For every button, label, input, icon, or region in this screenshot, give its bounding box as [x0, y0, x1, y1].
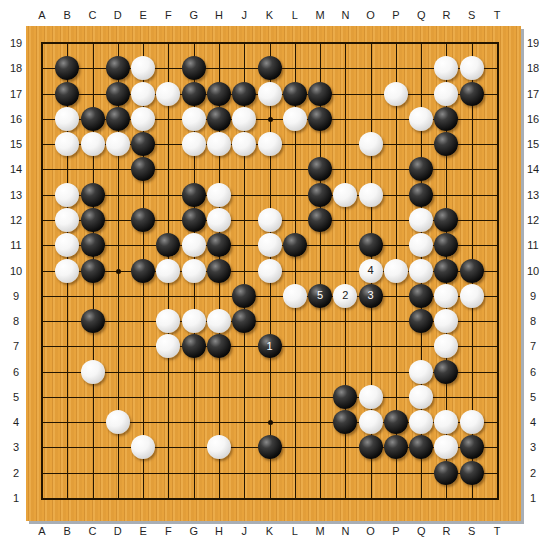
coord-label-left-11: 11 — [10, 240, 21, 251]
stone-R10-black — [434, 259, 458, 283]
coord-label-bottom-T: T — [494, 526, 501, 537]
stone-C12-black — [81, 208, 105, 232]
stone-O10-white: 4 — [359, 259, 383, 283]
stone-Q5-white — [409, 385, 433, 409]
coord-label-left-6: 6 — [13, 366, 19, 377]
stone-B10-white — [55, 259, 79, 283]
stone-H15-white — [207, 132, 231, 156]
coord-label-bottom-P: P — [392, 526, 399, 537]
stone-N13-white — [333, 183, 357, 207]
stone-O3-black — [359, 435, 383, 459]
stone-C15-white — [81, 132, 105, 156]
coord-label-bottom-O: O — [366, 526, 375, 537]
star-point-K4 — [268, 420, 273, 425]
move-number-label: 4 — [368, 265, 374, 276]
stone-G7-black — [182, 334, 206, 358]
stone-S9-white — [460, 284, 484, 308]
coord-label-bottom-H: H — [215, 526, 223, 537]
stone-S17-black — [460, 82, 484, 106]
coord-label-top-M: M — [315, 10, 324, 21]
stone-G10-white — [182, 259, 206, 283]
coord-label-left-7: 7 — [13, 341, 19, 352]
coord-label-top-J: J — [241, 10, 247, 21]
move-number-label: 3 — [368, 290, 374, 301]
coord-label-bottom-N: N — [341, 526, 349, 537]
coord-label-right-10: 10 — [527, 265, 539, 276]
stone-K3-black — [258, 435, 282, 459]
coord-label-top-A: A — [38, 10, 45, 21]
move-number-label: 5 — [317, 290, 323, 301]
stone-K11-white — [258, 233, 282, 257]
stone-Q9-black — [409, 284, 433, 308]
coord-label-left-14: 14 — [10, 164, 22, 175]
stone-O13-white — [359, 183, 383, 207]
stone-Q16-white — [409, 107, 433, 131]
coord-label-top-S: S — [468, 10, 475, 21]
coord-label-top-Q: Q — [417, 10, 426, 21]
stone-Q10-white — [409, 259, 433, 283]
coord-label-left-3: 3 — [13, 442, 19, 453]
stone-N9-white: 2 — [333, 284, 357, 308]
coord-label-right-11: 11 — [527, 240, 538, 251]
coord-label-bottom-R: R — [442, 526, 450, 537]
coord-label-right-16: 16 — [527, 113, 539, 124]
stone-J9-black — [232, 284, 256, 308]
stone-P17-white — [384, 82, 408, 106]
coord-label-left-5: 5 — [13, 391, 19, 402]
stone-H13-white — [207, 183, 231, 207]
coord-label-left-8: 8 — [13, 316, 19, 327]
stone-C16-black — [81, 107, 105, 131]
coord-label-left-2: 2 — [13, 467, 19, 478]
coord-label-right-2: 2 — [530, 467, 536, 478]
stone-F17-white — [156, 82, 180, 106]
stone-M9-black: 5 — [308, 284, 332, 308]
coord-label-top-P: P — [392, 10, 399, 21]
coord-label-top-E: E — [139, 10, 146, 21]
coord-label-top-L: L — [292, 10, 298, 21]
move-number-label: 1 — [266, 341, 272, 352]
stone-C6-white — [81, 360, 105, 384]
stone-L17-black — [283, 82, 307, 106]
stone-Q6-white — [409, 360, 433, 384]
coord-label-bottom-M: M — [315, 526, 324, 537]
stone-S4-white — [460, 410, 484, 434]
coord-label-top-N: N — [341, 10, 349, 21]
stone-B17-black — [55, 82, 79, 106]
coord-label-bottom-S: S — [468, 526, 475, 537]
stone-O9-black: 3 — [359, 284, 383, 308]
stone-S10-black — [460, 259, 484, 283]
coord-label-right-8: 8 — [530, 316, 536, 327]
star-point-D10 — [116, 269, 121, 274]
stone-G17-black — [182, 82, 206, 106]
stone-G18-black — [182, 56, 206, 80]
coord-label-top-D: D — [114, 10, 122, 21]
stone-B13-white — [55, 183, 79, 207]
coord-label-top-G: G — [189, 10, 198, 21]
stone-S18-white — [460, 56, 484, 80]
stone-D18-black — [106, 56, 130, 80]
stone-E16-white — [131, 107, 155, 131]
stone-G16-white — [182, 107, 206, 131]
coord-label-right-18: 18 — [527, 63, 539, 74]
coord-label-right-17: 17 — [527, 88, 539, 99]
coord-label-top-R: R — [442, 10, 450, 21]
coord-label-right-5: 5 — [530, 391, 536, 402]
stone-P4-black — [384, 410, 408, 434]
stone-M17-black — [308, 82, 332, 106]
stone-B16-white — [55, 107, 79, 131]
stone-G8-white — [182, 309, 206, 333]
stone-C8-black — [81, 309, 105, 333]
stone-D15-white — [106, 132, 130, 156]
stone-Q13-black — [409, 183, 433, 207]
stone-L16-white — [283, 107, 307, 131]
stone-G11-white — [182, 233, 206, 257]
coord-label-right-13: 13 — [527, 189, 539, 200]
stone-H12-white — [207, 208, 231, 232]
stone-J16-white — [232, 107, 256, 131]
stone-G15-white — [182, 132, 206, 156]
coord-label-bottom-C: C — [89, 526, 97, 537]
stone-C13-black — [81, 183, 105, 207]
stone-M12-black — [308, 208, 332, 232]
stone-H8-white — [207, 309, 231, 333]
stone-K18-black — [258, 56, 282, 80]
stone-S2-black — [460, 461, 484, 485]
stone-E10-black — [131, 259, 155, 283]
stone-D16-black — [106, 107, 130, 131]
coord-label-right-9: 9 — [530, 290, 536, 301]
stone-O4-white — [359, 410, 383, 434]
coord-label-right-6: 6 — [530, 366, 536, 377]
coord-label-top-T: T — [494, 10, 501, 21]
coord-label-bottom-K: K — [266, 526, 273, 537]
coord-label-left-9: 9 — [13, 290, 19, 301]
move-number-label: 2 — [342, 290, 348, 301]
stone-L9-white — [283, 284, 307, 308]
stone-D17-black — [106, 82, 130, 106]
coord-label-right-1: 1 — [530, 493, 536, 504]
coord-label-top-K: K — [266, 10, 273, 21]
coord-label-right-14: 14 — [527, 164, 539, 175]
stone-O15-white — [359, 132, 383, 156]
coord-label-bottom-J: J — [241, 526, 247, 537]
stone-K10-white — [258, 259, 282, 283]
coord-label-bottom-L: L — [292, 526, 298, 537]
coord-label-left-12: 12 — [10, 214, 22, 225]
coord-label-left-17: 17 — [10, 88, 22, 99]
stone-E12-black — [131, 208, 155, 232]
stone-K17-white — [258, 82, 282, 106]
coord-label-top-H: H — [215, 10, 223, 21]
coord-label-bottom-D: D — [114, 526, 122, 537]
stone-J17-black — [232, 82, 256, 106]
stone-K7-black: 1 — [258, 334, 282, 358]
stone-F10-white — [156, 259, 180, 283]
stone-H17-black — [207, 82, 231, 106]
coord-label-left-10: 10 — [10, 265, 22, 276]
stone-R6-black — [434, 360, 458, 384]
go-diagram: 45231 AABBCCDDEEFFGGHHJJKKLLMMNNOOPPQQRR… — [0, 0, 550, 550]
coord-label-bottom-Q: Q — [417, 526, 426, 537]
coord-label-right-3: 3 — [530, 442, 536, 453]
stone-M16-black — [308, 107, 332, 131]
stone-K12-white — [258, 208, 282, 232]
coord-label-top-B: B — [64, 10, 71, 21]
coord-label-left-4: 4 — [13, 417, 19, 428]
coord-label-right-4: 4 — [530, 417, 536, 428]
stone-C10-black — [81, 259, 105, 283]
coord-label-bottom-E: E — [139, 526, 146, 537]
coord-label-left-16: 16 — [10, 113, 22, 124]
coord-label-left-15: 15 — [10, 139, 22, 150]
stone-Q12-white — [409, 208, 433, 232]
coord-label-left-19: 19 — [10, 38, 22, 49]
go-board[interactable]: 45231 — [26, 26, 521, 521]
stone-M13-black — [308, 183, 332, 207]
coord-label-top-O: O — [366, 10, 375, 21]
stone-E17-white — [131, 82, 155, 106]
coord-label-top-C: C — [89, 10, 97, 21]
coord-label-right-7: 7 — [530, 341, 536, 352]
coord-label-right-19: 19 — [527, 38, 539, 49]
coord-label-right-12: 12 — [527, 214, 539, 225]
coord-label-bottom-A: A — [38, 526, 45, 537]
stone-D4-white — [106, 410, 130, 434]
coord-label-top-F: F — [165, 10, 172, 21]
coord-label-bottom-B: B — [64, 526, 71, 537]
coord-label-bottom-G: G — [189, 526, 198, 537]
stone-C11-black — [81, 233, 105, 257]
stone-G12-black — [182, 208, 206, 232]
coord-label-left-18: 18 — [10, 63, 22, 74]
coord-label-left-1: 1 — [13, 493, 19, 504]
coord-label-left-13: 13 — [10, 189, 22, 200]
star-point-K16 — [268, 117, 273, 122]
stone-P10-white — [384, 259, 408, 283]
stone-L11-black — [283, 233, 307, 257]
stone-R17-white — [434, 82, 458, 106]
coord-label-bottom-F: F — [165, 526, 172, 537]
stone-H10-black — [207, 259, 231, 283]
stone-K15-white — [258, 132, 282, 156]
coord-label-right-15: 15 — [527, 139, 539, 150]
stone-H16-black — [207, 107, 231, 131]
stone-O5-white — [359, 385, 383, 409]
stone-O11-black — [359, 233, 383, 257]
stone-G13-black — [182, 183, 206, 207]
